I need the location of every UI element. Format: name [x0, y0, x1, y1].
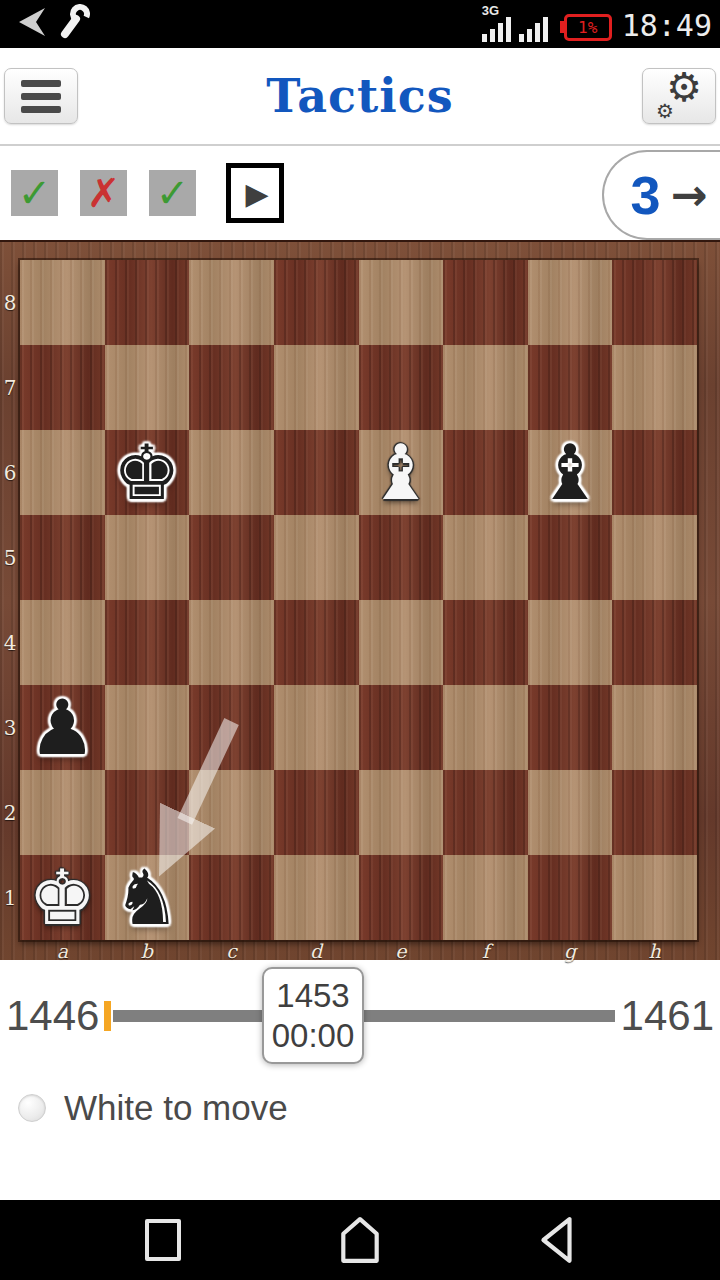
- navigation-bar: [0, 1200, 720, 1280]
- square-b3[interactable]: [105, 685, 190, 770]
- rank-label-8: 8: [0, 260, 20, 345]
- black-king[interactable]: ♚: [113, 435, 181, 511]
- square-g1[interactable]: [528, 855, 613, 940]
- check-icon: ✓: [18, 173, 52, 213]
- rank-label-1: 1: [0, 855, 20, 940]
- rating-low-label: 1446: [6, 995, 99, 1037]
- white-bishop[interactable]: ♝: [367, 435, 435, 511]
- rank-label-7: 7: [0, 345, 20, 430]
- square-e8[interactable]: [359, 260, 444, 345]
- square-h5[interactable]: [612, 515, 697, 600]
- square-d7[interactable]: [274, 345, 359, 430]
- file-label-f: f: [443, 940, 528, 962]
- back-arrow-icon: [14, 4, 50, 44]
- side-to-move-label: White to move: [64, 1088, 288, 1128]
- clock: 18:49: [622, 11, 712, 41]
- square-f6[interactable]: [443, 430, 528, 515]
- square-c6[interactable]: [189, 430, 274, 515]
- rank-label-6: 6: [0, 430, 20, 515]
- square-c8[interactable]: [189, 260, 274, 345]
- square-c2[interactable]: [189, 770, 274, 855]
- rank-label-4: 4: [0, 600, 20, 685]
- recents-square-icon: [145, 1219, 181, 1261]
- file-labels: abcdefgh: [20, 940, 697, 962]
- result-badge-correct-2: ✓: [149, 170, 196, 216]
- square-b1[interactable]: ♞: [105, 855, 190, 940]
- result-badge-correct-1: ✓: [11, 170, 58, 216]
- square-d3[interactable]: [274, 685, 359, 770]
- home-icon: [338, 1216, 382, 1264]
- back-triangle-icon: [539, 1216, 575, 1264]
- square-a3[interactable]: ♟: [20, 685, 105, 770]
- square-b6[interactable]: ♚: [105, 430, 190, 515]
- square-c7[interactable]: [189, 345, 274, 430]
- network-type-label: 3G: [482, 4, 499, 17]
- square-h7[interactable]: [612, 345, 697, 430]
- file-label-g: g: [528, 940, 613, 962]
- square-g4[interactable]: [528, 600, 613, 685]
- square-f2[interactable]: [443, 770, 528, 855]
- file-label-e: e: [359, 940, 444, 962]
- square-a7[interactable]: [20, 345, 105, 430]
- square-e2[interactable]: [359, 770, 444, 855]
- square-d2[interactable]: [274, 770, 359, 855]
- next-puzzle-tab[interactable]: 3 →: [602, 150, 720, 240]
- square-h3[interactable]: [612, 685, 697, 770]
- rating-bar: 1446 1461 1453 00:00: [0, 962, 720, 1070]
- square-f4[interactable]: [443, 600, 528, 685]
- square-d6[interactable]: [274, 430, 359, 515]
- rank-label-3: 3: [0, 685, 20, 770]
- square-h4[interactable]: [612, 600, 697, 685]
- recents-button[interactable]: [128, 1210, 198, 1270]
- square-e1[interactable]: [359, 855, 444, 940]
- toolbar: ✓ ✗ ✓ ▶ 3 →: [0, 146, 720, 240]
- square-b7[interactable]: [105, 345, 190, 430]
- next-count: 3: [631, 168, 661, 222]
- side-to-move-row: White to move: [0, 1084, 720, 1132]
- square-h6[interactable]: [612, 430, 697, 515]
- square-h2[interactable]: [612, 770, 697, 855]
- menu-button[interactable]: [4, 68, 78, 124]
- file-label-a: a: [20, 940, 105, 962]
- square-b2[interactable]: [105, 770, 190, 855]
- file-label-b: b: [105, 940, 190, 962]
- puzzle-rating: 1453: [276, 977, 349, 1015]
- signal-sim1: 3G: [482, 3, 511, 42]
- right-arrow-icon: →: [671, 173, 708, 217]
- black-bishop[interactable]: ♝: [536, 435, 604, 511]
- square-d4[interactable]: [274, 600, 359, 685]
- square-a8[interactable]: [20, 260, 105, 345]
- rank-label-5: 5: [0, 515, 20, 600]
- square-a1[interactable]: ♚: [20, 855, 105, 940]
- square-f7[interactable]: [443, 345, 528, 430]
- status-bar: 3G 1% 18:49: [0, 0, 720, 48]
- play-icon: ▶: [245, 176, 268, 211]
- square-a2[interactable]: [20, 770, 105, 855]
- square-b5[interactable]: [105, 515, 190, 600]
- back-button[interactable]: [522, 1210, 592, 1270]
- square-e4[interactable]: [359, 600, 444, 685]
- file-label-d: d: [274, 940, 359, 962]
- rating-timer-box: 1453 00:00: [262, 967, 364, 1064]
- square-g6[interactable]: ♝: [528, 430, 613, 515]
- page-title: Tactics: [266, 69, 453, 123]
- wrench-icon: [56, 4, 92, 44]
- hamburger-icon: [21, 80, 61, 113]
- timer: 00:00: [272, 1017, 355, 1055]
- square-d1[interactable]: [274, 855, 359, 940]
- black-pawn[interactable]: ♟: [28, 690, 96, 766]
- square-f5[interactable]: [443, 515, 528, 600]
- square-a5[interactable]: [20, 515, 105, 600]
- side-to-move-radio[interactable]: [18, 1094, 46, 1122]
- board-grid: ♚♝♝♟♚♞: [20, 260, 697, 940]
- square-g2[interactable]: [528, 770, 613, 855]
- rating-position-tick: [104, 1001, 111, 1031]
- black-knight[interactable]: ♞: [113, 860, 181, 936]
- header: Tactics ⚙⚙: [0, 48, 720, 146]
- square-d5[interactable]: [274, 515, 359, 600]
- square-b4[interactable]: [105, 600, 190, 685]
- play-button[interactable]: ▶: [226, 163, 284, 223]
- battery-icon: 1%: [560, 14, 612, 41]
- result-badge-wrong: ✗: [80, 170, 127, 216]
- file-label-h: h: [612, 940, 697, 962]
- square-e6[interactable]: ♝: [359, 430, 444, 515]
- square-b8[interactable]: [105, 260, 190, 345]
- square-c1[interactable]: [189, 855, 274, 940]
- square-h8[interactable]: [612, 260, 697, 345]
- rank-label-2: 2: [0, 770, 20, 855]
- square-f1[interactable]: [443, 855, 528, 940]
- square-c4[interactable]: [189, 600, 274, 685]
- rating-high-label: 1461: [621, 995, 714, 1037]
- square-h1[interactable]: [612, 855, 697, 940]
- white-king[interactable]: ♚: [28, 860, 96, 936]
- signal-bars-icon-1: [482, 16, 511, 42]
- rating-track: [113, 1010, 614, 1022]
- settings-button[interactable]: ⚙⚙: [642, 68, 716, 124]
- square-e3[interactable]: [359, 685, 444, 770]
- square-c3[interactable]: [189, 685, 274, 770]
- battery-level: 1%: [564, 14, 612, 41]
- rank-labels: 87654321: [0, 260, 20, 940]
- chess-board: 87654321 ♚♝♝♟♚♞ abcdefgh: [0, 240, 720, 960]
- cross-icon: ✗: [87, 173, 121, 213]
- check-icon: ✓: [156, 173, 190, 213]
- square-c5[interactable]: [189, 515, 274, 600]
- gear-icon: ⚙⚙: [656, 73, 702, 119]
- square-g5[interactable]: [528, 515, 613, 600]
- square-f3[interactable]: [443, 685, 528, 770]
- square-g7[interactable]: [528, 345, 613, 430]
- square-g8[interactable]: [528, 260, 613, 345]
- square-e5[interactable]: [359, 515, 444, 600]
- square-d8[interactable]: [274, 260, 359, 345]
- square-g3[interactable]: [528, 685, 613, 770]
- file-label-c: c: [189, 940, 274, 962]
- square-f8[interactable]: [443, 260, 528, 345]
- square-a4[interactable]: [20, 600, 105, 685]
- signal-bars-icon-2: [519, 16, 548, 42]
- home-button[interactable]: [325, 1210, 395, 1270]
- square-e7[interactable]: [359, 345, 444, 430]
- square-a6[interactable]: [20, 430, 105, 515]
